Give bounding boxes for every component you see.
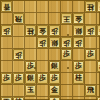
square-1a[interactable]: 香 bbox=[97, 1, 100, 13]
piece-gote-歩-6d[interactable]: 歩 bbox=[37, 37, 48, 48]
square-6i[interactable] bbox=[37, 97, 49, 100]
square-4i[interactable] bbox=[61, 97, 73, 100]
square-6b[interactable] bbox=[37, 13, 49, 25]
piece-sente-玉-7h[interactable]: 玉 bbox=[25, 85, 36, 96]
piece-sente-歩-6g[interactable]: 歩 bbox=[37, 73, 48, 84]
square-5b[interactable] bbox=[49, 13, 61, 25]
square-1d[interactable] bbox=[97, 37, 100, 49]
piece-gote-金-6c[interactable]: 金 bbox=[37, 25, 48, 36]
square-1g[interactable] bbox=[97, 73, 100, 85]
square-8f[interactable] bbox=[13, 61, 25, 73]
square-3d[interactable]: 歩 bbox=[73, 37, 85, 49]
square-1h[interactable] bbox=[97, 85, 100, 97]
square-1i[interactable]: 香 bbox=[97, 97, 100, 100]
piece-sente-飛-2h[interactable]: 飛 bbox=[85, 85, 96, 96]
square-1c[interactable]: 歩 bbox=[97, 25, 100, 37]
square-8h[interactable] bbox=[13, 85, 25, 97]
piece-gote-香-1a[interactable]: 香 bbox=[97, 1, 100, 12]
square-5f[interactable]: 銀 bbox=[49, 61, 61, 73]
square-6g[interactable]: 歩 bbox=[37, 73, 49, 85]
square-2d[interactable] bbox=[85, 37, 97, 49]
piece-sente-歩-8g[interactable]: 歩 bbox=[13, 73, 24, 84]
square-9a[interactable]: 香 bbox=[1, 1, 13, 13]
square-7i[interactable] bbox=[25, 97, 37, 100]
square-7a[interactable] bbox=[25, 1, 37, 13]
star-point bbox=[67, 34, 69, 36]
square-5g[interactable]: 歩 bbox=[49, 73, 61, 85]
square-7e[interactable] bbox=[25, 49, 37, 61]
square-8e[interactable]: 歩 bbox=[13, 49, 25, 61]
star-point bbox=[34, 34, 36, 36]
square-3i[interactable] bbox=[73, 97, 85, 100]
piece-sente-歩-2e[interactable]: 歩 bbox=[85, 49, 96, 60]
square-4e[interactable]: 歩 bbox=[61, 49, 73, 61]
piece-sente-金-5i[interactable]: 金 bbox=[49, 97, 60, 100]
square-9b[interactable] bbox=[1, 13, 13, 25]
square-2a[interactable]: 桂 bbox=[85, 1, 97, 13]
piece-gote-桂-2a[interactable]: 桂 bbox=[85, 1, 96, 12]
piece-sente-桂-3g[interactable]: 桂 bbox=[73, 73, 84, 84]
square-5d[interactable]: 銀 bbox=[49, 37, 61, 49]
shogi-board: 香桂香飛王金歩桂金歩銀歩歩歩銀歩歩歩歩歩歩銀歩歩歩歩銀歩歩桂玉金飛香桂金香 bbox=[0, 0, 100, 100]
piece-sente-香-1i[interactable]: 香 bbox=[97, 97, 100, 100]
square-9h[interactable] bbox=[1, 85, 13, 97]
piece-gote-銀-5d[interactable]: 銀 bbox=[49, 37, 60, 48]
square-8d[interactable] bbox=[13, 37, 25, 49]
piece-gote-歩-8e[interactable]: 歩 bbox=[13, 49, 24, 60]
square-5e[interactable] bbox=[49, 49, 61, 61]
square-3g[interactable]: 桂 bbox=[73, 73, 85, 85]
square-6f[interactable] bbox=[37, 61, 49, 73]
square-5a[interactable] bbox=[49, 1, 61, 13]
square-7g[interactable]: 銀 bbox=[25, 73, 37, 85]
piece-gote-金-3b[interactable]: 金 bbox=[73, 13, 84, 24]
piece-gote-歩-2c[interactable]: 歩 bbox=[85, 25, 96, 36]
square-4h[interactable] bbox=[61, 85, 73, 97]
piece-sente-銀-5f[interactable]: 銀 bbox=[49, 61, 60, 72]
piece-gote-王-4b[interactable]: 王 bbox=[61, 13, 72, 24]
square-9i[interactable]: 香 bbox=[1, 97, 13, 100]
square-6a[interactable] bbox=[37, 1, 49, 13]
star-point bbox=[34, 67, 36, 69]
square-8b[interactable]: 飛 bbox=[13, 13, 25, 25]
square-1b[interactable] bbox=[97, 13, 100, 25]
piece-gote-歩-1c[interactable]: 歩 bbox=[97, 25, 100, 36]
square-2f[interactable] bbox=[85, 61, 97, 73]
square-6e[interactable] bbox=[37, 49, 49, 61]
square-6h[interactable] bbox=[37, 85, 49, 97]
piece-sente-銀-7g[interactable]: 銀 bbox=[25, 73, 36, 84]
piece-sente-歩-9g[interactable]: 歩 bbox=[1, 73, 12, 84]
square-4d[interactable]: 歩 bbox=[61, 37, 73, 49]
square-5c[interactable]: 歩 bbox=[49, 25, 61, 37]
square-2c[interactable]: 歩 bbox=[85, 25, 97, 37]
square-1f[interactable]: 歩 bbox=[97, 61, 100, 73]
square-7h[interactable]: 玉 bbox=[25, 85, 37, 97]
square-8c[interactable] bbox=[13, 25, 25, 37]
piece-sente-歩-5g[interactable]: 歩 bbox=[49, 73, 60, 84]
square-5h[interactable]: 金 bbox=[49, 85, 61, 97]
square-9d[interactable] bbox=[1, 37, 13, 49]
square-9f[interactable] bbox=[1, 61, 13, 73]
piece-sente-桂-8i[interactable]: 桂 bbox=[13, 97, 24, 100]
square-6d[interactable]: 歩 bbox=[37, 37, 49, 49]
piece-sente-歩-4e[interactable]: 歩 bbox=[61, 49, 72, 60]
square-5i[interactable]: 金 bbox=[49, 97, 61, 100]
square-3h[interactable] bbox=[73, 85, 85, 97]
square-6c[interactable]: 金 bbox=[37, 25, 49, 37]
piece-gote-香-9a[interactable]: 香 bbox=[1, 1, 12, 12]
piece-sente-歩-3f[interactable]: 歩 bbox=[73, 61, 84, 72]
square-9c[interactable]: 歩 bbox=[1, 25, 13, 37]
square-8g[interactable]: 歩 bbox=[13, 73, 25, 85]
square-3e[interactable] bbox=[73, 49, 85, 61]
piece-gote-歩-4d[interactable]: 歩 bbox=[61, 37, 72, 48]
square-8a[interactable] bbox=[13, 1, 25, 13]
square-2e[interactable]: 歩 bbox=[85, 49, 97, 61]
square-2b[interactable] bbox=[85, 13, 97, 25]
piece-gote-歩-9c[interactable]: 歩 bbox=[1, 25, 12, 36]
square-4a[interactable] bbox=[61, 1, 73, 13]
square-3a[interactable] bbox=[73, 1, 85, 13]
square-9e[interactable] bbox=[1, 49, 13, 61]
piece-sente-歩-1f[interactable]: 歩 bbox=[97, 61, 100, 72]
square-4g[interactable] bbox=[61, 73, 73, 85]
square-7b[interactable] bbox=[25, 13, 37, 25]
square-4b[interactable]: 王 bbox=[61, 13, 73, 25]
square-9g[interactable]: 歩 bbox=[1, 73, 13, 85]
square-2i[interactable] bbox=[85, 97, 97, 100]
piece-sente-香-9i[interactable]: 香 bbox=[1, 97, 12, 100]
piece-gote-歩-5c[interactable]: 歩 bbox=[49, 25, 60, 36]
board-grid: 香桂香飛王金歩桂金歩銀歩歩歩銀歩歩歩歩歩歩銀歩歩歩歩銀歩歩桂玉金飛香桂金香 bbox=[1, 1, 99, 99]
piece-gote-歩-3d[interactable]: 歩 bbox=[73, 37, 84, 48]
square-3f[interactable]: 歩 bbox=[73, 61, 85, 73]
piece-sente-金-5h[interactable]: 金 bbox=[49, 85, 60, 96]
star-point bbox=[67, 67, 69, 69]
square-7d[interactable] bbox=[25, 37, 37, 49]
square-2h[interactable]: 飛 bbox=[85, 85, 97, 97]
square-8i[interactable]: 桂 bbox=[13, 97, 25, 100]
square-3c[interactable]: 銀 bbox=[73, 25, 85, 37]
square-3b[interactable]: 金 bbox=[73, 13, 85, 25]
square-2g[interactable] bbox=[85, 73, 97, 85]
piece-gote-飛-8b[interactable]: 飛 bbox=[13, 13, 24, 24]
square-1e[interactable] bbox=[97, 49, 100, 61]
piece-gote-銀-3c[interactable]: 銀 bbox=[73, 25, 84, 36]
